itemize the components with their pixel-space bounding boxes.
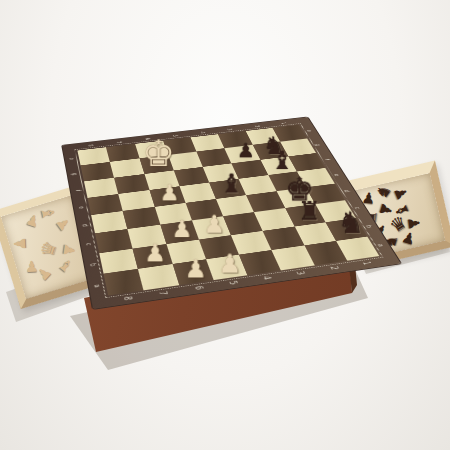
white-pawn-a6: ♟ <box>185 257 207 282</box>
tray-piece: ♟ <box>24 212 41 230</box>
square-d5 <box>185 199 223 221</box>
tray-piece: ♛ <box>387 212 410 236</box>
tray-piece: ♝ <box>55 255 76 276</box>
square-d3 <box>246 191 285 212</box>
tray-piece: ♝ <box>38 204 58 222</box>
coord-label-8: 8 <box>84 138 97 153</box>
tray-piece: ♟ <box>400 230 417 248</box>
tray-piece: ♟ <box>34 264 54 284</box>
black-rook-c2: ♜ <box>298 198 321 224</box>
coord-label-7: 7 <box>113 135 127 150</box>
tray-piece: ♟ <box>405 216 422 231</box>
square-d2: ♚ <box>276 187 315 208</box>
product-photo: ♟♟♝♟♛♟♟♟♝ ♟♞♟♜♟♝♟♛♟♞♟ 87654321 87654321 … <box>0 0 450 450</box>
chess-board-grid: ♚♟♞♝♟♝♚♟♟♜♟♞♟♟ <box>77 125 379 296</box>
square-d8 <box>91 211 128 234</box>
tray-piece: ♟ <box>391 185 410 203</box>
tray-piece: ♝ <box>392 200 412 219</box>
square-a5: ♟ <box>206 255 248 281</box>
square-a3 <box>272 245 315 270</box>
white-pawn-c6: ♟ <box>172 218 193 241</box>
square-a6: ♟ <box>172 259 213 285</box>
square-b1: ♞ <box>325 218 367 241</box>
square-a8 <box>104 269 144 296</box>
tray-piece: ♟ <box>376 201 394 218</box>
tray-piece: ♟ <box>25 260 39 275</box>
tray-piece: ♟ <box>13 237 28 251</box>
square-c4 <box>223 212 262 235</box>
black-bishop-e4: ♝ <box>219 171 242 197</box>
tray-piece: ♞ <box>373 181 394 202</box>
tray-piece: ♛ <box>38 239 60 260</box>
